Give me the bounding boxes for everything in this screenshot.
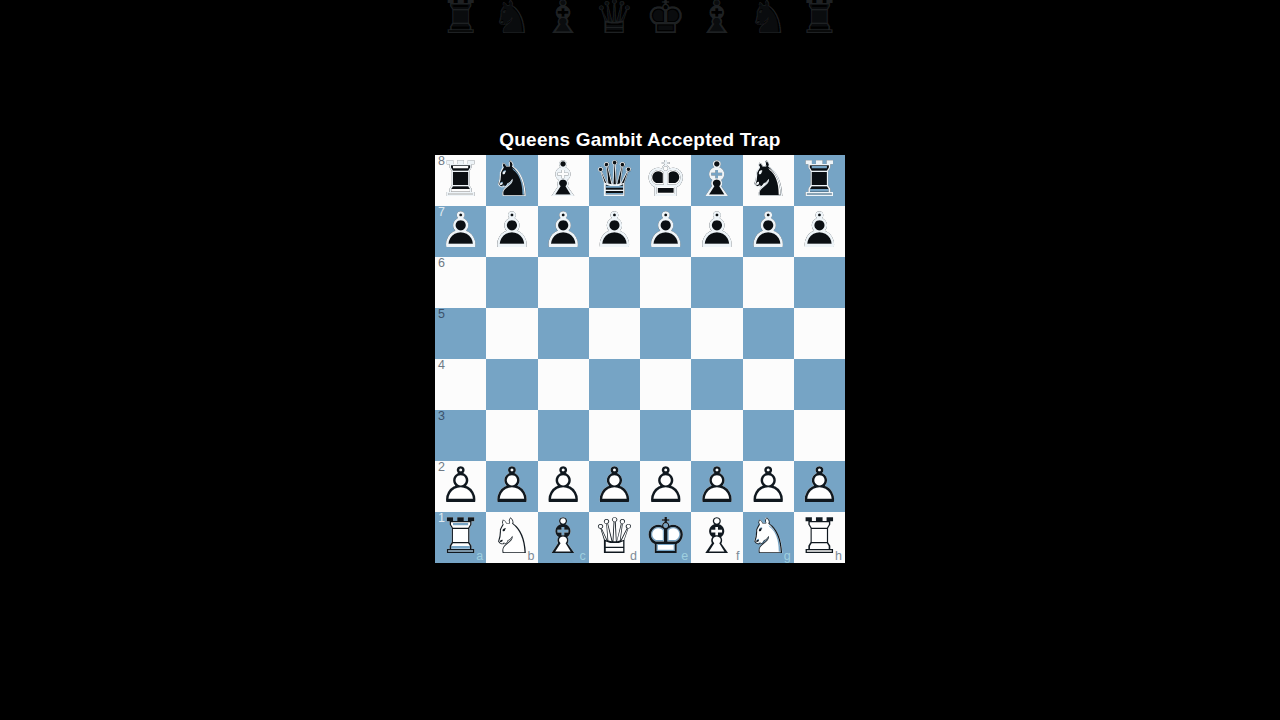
piece-outline-glyph: ♙ <box>439 206 483 255</box>
piece-outline-glyph: ♔ <box>644 155 688 204</box>
piece-outline-glyph: ♔ <box>644 512 688 561</box>
rank-coordinate-label: 3 <box>438 410 445 424</box>
white-queen-icon[interactable]: ♛♕ <box>589 512 640 563</box>
piece-fill-glyph: ♟ <box>439 461 483 510</box>
piece-outline-glyph: ♙ <box>644 206 688 255</box>
square-c8[interactable]: ♝♗ <box>538 155 589 206</box>
white-bishop-icon[interactable]: ♝♗ <box>691 512 742 563</box>
rank-coordinate-label: 4 <box>438 359 445 373</box>
piece-fill-glyph: ♟ <box>490 206 534 255</box>
page-title: Queens Gambit Accepted Trap <box>435 127 845 154</box>
square-e6[interactable] <box>640 257 691 308</box>
square-b4[interactable] <box>486 359 537 410</box>
square-e1[interactable]: e♚♔ <box>640 512 691 563</box>
piece-fill-glyph: ♟ <box>592 206 636 255</box>
piece-outline-glyph: ♗ <box>696 0 737 40</box>
square-c3[interactable] <box>538 410 589 461</box>
black-pawn-icon[interactable]: ♟♙ <box>486 206 537 257</box>
rank-coordinate-label: 5 <box>438 308 445 322</box>
piece-outline-glyph: ♘ <box>746 155 790 204</box>
cropped-bishop-icon: ♝♗ <box>538 0 589 44</box>
piece-fill-glyph: ♚ <box>645 0 686 40</box>
piece-outline-glyph: ♔ <box>645 0 686 40</box>
piece-fill-glyph: ♜ <box>440 0 481 40</box>
white-pawn-icon[interactable]: ♟♙ <box>538 461 589 512</box>
piece-outline-glyph: ♖ <box>440 0 481 40</box>
piece-fill-glyph: ♟ <box>644 461 688 510</box>
square-e3[interactable] <box>640 410 691 461</box>
black-bishop-icon: ♝♗ <box>691 0 742 44</box>
rank-coordinate-label: 6 <box>438 257 445 271</box>
piece-fill-glyph: ♟ <box>797 461 841 510</box>
square-d7[interactable]: ♟♙ <box>589 206 640 257</box>
square-g3[interactable] <box>743 410 794 461</box>
white-bishop-icon[interactable]: ♝♗ <box>538 512 589 563</box>
square-e4[interactable] <box>640 359 691 410</box>
black-rook-icon: ♜♖ <box>794 0 845 44</box>
piece-fill-glyph: ♜ <box>439 155 483 204</box>
square-f5[interactable] <box>691 308 742 359</box>
piece-outline-glyph: ♖ <box>797 155 841 204</box>
piece-fill-glyph: ♟ <box>695 461 739 510</box>
piece-outline-glyph: ♖ <box>439 155 483 204</box>
piece-outline-glyph: ♕ <box>592 512 636 561</box>
piece-outline-glyph: ♙ <box>541 206 585 255</box>
piece-outline-glyph: ♙ <box>695 206 739 255</box>
square-e5[interactable] <box>640 308 691 359</box>
square-f2[interactable]: ♟♙ <box>691 461 742 512</box>
piece-fill-glyph: ♛ <box>592 512 636 561</box>
black-knight-icon[interactable]: ♞♘ <box>486 155 537 206</box>
black-bishop-icon[interactable]: ♝♗ <box>691 155 742 206</box>
square-h6[interactable] <box>794 257 845 308</box>
square-a4[interactable]: 4 <box>435 359 486 410</box>
cropped-knight-icon: ♞♘ <box>743 0 794 44</box>
piece-outline-glyph: ♙ <box>541 461 585 510</box>
piece-outline-glyph: ♙ <box>695 461 739 510</box>
cropped-rook-icon: ♜♖ <box>435 0 486 44</box>
piece-fill-glyph: ♟ <box>490 461 534 510</box>
piece-outline-glyph: ♗ <box>541 512 585 561</box>
piece-fill-glyph: ♟ <box>797 206 841 255</box>
square-d2[interactable]: ♟♙ <box>589 461 640 512</box>
piece-fill-glyph: ♟ <box>592 461 636 510</box>
square-a6[interactable]: 6 <box>435 257 486 308</box>
square-g7[interactable]: ♟♙ <box>743 206 794 257</box>
piece-fill-glyph: ♜ <box>439 512 483 561</box>
square-f7[interactable]: ♟♙ <box>691 206 742 257</box>
cropped-king-icon: ♚♔ <box>640 0 691 44</box>
white-pawn-icon[interactable]: ♟♙ <box>743 461 794 512</box>
square-b1[interactable]: b♞♘ <box>486 512 537 563</box>
piece-outline-glyph: ♙ <box>490 206 534 255</box>
white-knight-icon[interactable]: ♞♘ <box>743 512 794 563</box>
square-b6[interactable] <box>486 257 537 308</box>
piece-outline-glyph: ♖ <box>799 0 840 40</box>
square-f3[interactable] <box>691 410 742 461</box>
black-rook-icon: ♜♖ <box>435 0 486 44</box>
piece-fill-glyph: ♟ <box>695 206 739 255</box>
black-queen-icon: ♛♕ <box>589 0 640 44</box>
square-h5[interactable] <box>794 308 845 359</box>
piece-outline-glyph: ♙ <box>746 461 790 510</box>
square-a3[interactable]: 3 <box>435 410 486 461</box>
square-h2[interactable]: ♟♙ <box>794 461 845 512</box>
black-pawn-icon[interactable]: ♟♙ <box>538 206 589 257</box>
square-c1[interactable]: c♝♗ <box>538 512 589 563</box>
white-king-icon[interactable]: ♚♔ <box>640 512 691 563</box>
piece-fill-glyph: ♛ <box>592 155 636 204</box>
piece-fill-glyph: ♞ <box>748 0 789 40</box>
piece-outline-glyph: ♕ <box>592 155 636 204</box>
square-a2[interactable]: 2♟♙ <box>435 461 486 512</box>
cropped-queen-icon: ♛♕ <box>589 0 640 44</box>
piece-outline-glyph: ♗ <box>543 0 584 40</box>
square-d3[interactable] <box>589 410 640 461</box>
square-h3[interactable] <box>794 410 845 461</box>
piece-fill-glyph: ♟ <box>644 206 688 255</box>
video-frame: ♜♖♞♘♝♗♛♕♚♔♝♗♞♘♜♖ Queens Gambit Accepted … <box>0 0 1280 720</box>
piece-fill-glyph: ♜ <box>797 155 841 204</box>
black-knight-icon: ♞♘ <box>486 0 537 44</box>
piece-outline-glyph: ♙ <box>644 461 688 510</box>
cropped-piece-row: ♜♖♞♘♝♗♛♕♚♔♝♗♞♘♜♖ <box>435 0 845 44</box>
black-bishop-icon: ♝♗ <box>538 0 589 44</box>
piece-fill-glyph: ♞ <box>490 512 534 561</box>
piece-outline-glyph: ♘ <box>491 0 532 40</box>
square-e8[interactable]: ♚♔ <box>640 155 691 206</box>
piece-outline-glyph: ♘ <box>746 512 790 561</box>
piece-outline-glyph: ♙ <box>592 461 636 510</box>
black-pawn-icon[interactable]: ♟♙ <box>589 206 640 257</box>
square-g5[interactable] <box>743 308 794 359</box>
white-rook-icon[interactable]: ♜♖ <box>435 512 486 563</box>
piece-fill-glyph: ♟ <box>746 206 790 255</box>
piece-outline-glyph: ♙ <box>746 206 790 255</box>
piece-outline-glyph: ♗ <box>541 155 585 204</box>
piece-fill-glyph: ♟ <box>746 461 790 510</box>
square-h7[interactable]: ♟♙ <box>794 206 845 257</box>
square-f4[interactable] <box>691 359 742 410</box>
piece-outline-glyph: ♙ <box>439 461 483 510</box>
white-knight-icon[interactable]: ♞♘ <box>486 512 537 563</box>
piece-fill-glyph: ♟ <box>541 461 585 510</box>
square-e2[interactable]: ♟♙ <box>640 461 691 512</box>
black-rook-icon[interactable]: ♜♖ <box>794 155 845 206</box>
square-c2[interactable]: ♟♙ <box>538 461 589 512</box>
piece-fill-glyph: ♟ <box>541 206 585 255</box>
piece-fill-glyph: ♞ <box>490 155 534 204</box>
piece-fill-glyph: ♝ <box>696 0 737 40</box>
piece-fill-glyph: ♜ <box>799 0 840 40</box>
piece-fill-glyph: ♚ <box>644 512 688 561</box>
square-b5[interactable] <box>486 308 537 359</box>
black-knight-icon: ♞♘ <box>743 0 794 44</box>
piece-outline-glyph: ♙ <box>592 206 636 255</box>
black-pawn-icon[interactable]: ♟♙ <box>640 206 691 257</box>
piece-fill-glyph: ♝ <box>543 0 584 40</box>
piece-fill-glyph: ♛ <box>594 0 635 40</box>
piece-outline-glyph: ♗ <box>695 155 739 204</box>
piece-fill-glyph: ♞ <box>746 155 790 204</box>
black-pawn-icon[interactable]: ♟♙ <box>435 206 486 257</box>
white-rook-icon[interactable]: ♜♖ <box>794 512 845 563</box>
square-f8[interactable]: ♝♗ <box>691 155 742 206</box>
piece-outline-glyph: ♘ <box>490 155 534 204</box>
piece-outline-glyph: ♘ <box>490 512 534 561</box>
cropped-knight-icon: ♞♘ <box>486 0 537 44</box>
piece-fill-glyph: ♞ <box>746 512 790 561</box>
square-g4[interactable] <box>743 359 794 410</box>
piece-outline-glyph: ♙ <box>797 461 841 510</box>
square-b7[interactable]: ♟♙ <box>486 206 537 257</box>
square-d6[interactable] <box>589 257 640 308</box>
black-pawn-icon[interactable]: ♟♙ <box>743 206 794 257</box>
piece-fill-glyph: ♝ <box>695 155 739 204</box>
piece-fill-glyph: ♟ <box>439 206 483 255</box>
square-g2[interactable]: ♟♙ <box>743 461 794 512</box>
black-queen-icon[interactable]: ♛♕ <box>589 155 640 206</box>
square-h8[interactable]: ♜♖ <box>794 155 845 206</box>
piece-outline-glyph: ♕ <box>594 0 635 40</box>
square-c7[interactable]: ♟♙ <box>538 206 589 257</box>
black-pawn-icon[interactable]: ♟♙ <box>691 206 742 257</box>
square-d4[interactable] <box>589 359 640 410</box>
white-pawn-icon[interactable]: ♟♙ <box>691 461 742 512</box>
square-d1[interactable]: d♛♕ <box>589 512 640 563</box>
piece-outline-glyph: ♖ <box>797 512 841 561</box>
square-e7[interactable]: ♟♙ <box>640 206 691 257</box>
square-g8[interactable]: ♞♘ <box>743 155 794 206</box>
square-g6[interactable] <box>743 257 794 308</box>
piece-outline-glyph: ♙ <box>797 206 841 255</box>
piece-fill-glyph: ♝ <box>541 155 585 204</box>
black-king-icon: ♚♔ <box>640 0 691 44</box>
square-f6[interactable] <box>691 257 742 308</box>
square-c6[interactable] <box>538 257 589 308</box>
chess-board: 8♜♖♞♘♝♗♛♕♚♔♝♗♞♘♜♖7♟♙♟♙♟♙♟♙♟♙♟♙♟♙♟♙65432♟… <box>435 155 845 563</box>
black-rook-icon[interactable]: ♜♖ <box>435 155 486 206</box>
square-h1[interactable]: h♜♖ <box>794 512 845 563</box>
piece-fill-glyph: ♝ <box>541 512 585 561</box>
white-pawn-icon[interactable]: ♟♙ <box>435 461 486 512</box>
black-bishop-icon[interactable]: ♝♗ <box>538 155 589 206</box>
piece-fill-glyph: ♚ <box>644 155 688 204</box>
square-a5[interactable]: 5 <box>435 308 486 359</box>
white-pawn-icon[interactable]: ♟♙ <box>640 461 691 512</box>
square-d5[interactable] <box>589 308 640 359</box>
square-c4[interactable] <box>538 359 589 410</box>
square-f1[interactable]: f♝♗ <box>691 512 742 563</box>
piece-outline-glyph: ♙ <box>490 461 534 510</box>
black-knight-icon[interactable]: ♞♘ <box>743 155 794 206</box>
square-b8[interactable]: ♞♘ <box>486 155 537 206</box>
square-c5[interactable] <box>538 308 589 359</box>
square-g1[interactable]: g♞♘ <box>743 512 794 563</box>
piece-outline-glyph: ♗ <box>695 512 739 561</box>
piece-fill-glyph: ♜ <box>797 512 841 561</box>
square-b2[interactable]: ♟♙ <box>486 461 537 512</box>
piece-fill-glyph: ♝ <box>695 512 739 561</box>
cropped-bishop-icon: ♝♗ <box>691 0 742 44</box>
square-d8[interactable]: ♛♕ <box>589 155 640 206</box>
black-pawn-icon[interactable]: ♟♙ <box>794 206 845 257</box>
cropped-rook-icon: ♜♖ <box>794 0 845 44</box>
black-king-icon[interactable]: ♚♔ <box>640 155 691 206</box>
white-pawn-icon[interactable]: ♟♙ <box>486 461 537 512</box>
square-a8[interactable]: 8♜♖ <box>435 155 486 206</box>
square-a1[interactable]: 1a♜♖ <box>435 512 486 563</box>
square-b3[interactable] <box>486 410 537 461</box>
piece-outline-glyph: ♖ <box>439 512 483 561</box>
square-a7[interactable]: 7♟♙ <box>435 206 486 257</box>
white-pawn-icon[interactable]: ♟♙ <box>589 461 640 512</box>
white-pawn-icon[interactable]: ♟♙ <box>794 461 845 512</box>
piece-outline-glyph: ♘ <box>748 0 789 40</box>
square-h4[interactable] <box>794 359 845 410</box>
piece-fill-glyph: ♞ <box>491 0 532 40</box>
